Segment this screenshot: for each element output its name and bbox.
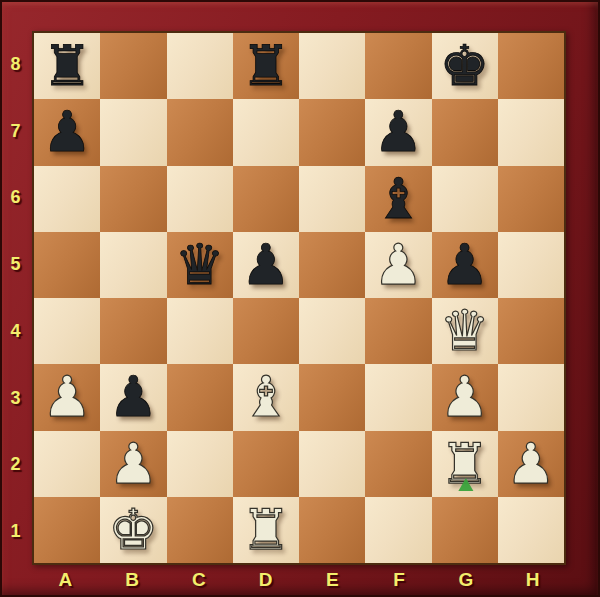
square-e2[interactable]: [299, 431, 365, 497]
square-b6[interactable]: [100, 166, 166, 232]
square-f7[interactable]: ♟: [365, 99, 431, 165]
square-b3[interactable]: ♟: [100, 364, 166, 430]
square-f4[interactable]: [365, 298, 431, 364]
square-e7[interactable]: [299, 99, 365, 165]
square-e4[interactable]: [299, 298, 365, 364]
square-g8[interactable]: ♚: [432, 33, 498, 99]
rank-label-7: 7: [0, 98, 31, 165]
white-king-b1[interactable]: ♚: [100, 499, 166, 561]
square-c7[interactable]: [167, 99, 233, 165]
square-e5[interactable]: [299, 232, 365, 298]
black-pawn-d5[interactable]: ♟: [233, 234, 299, 296]
square-d8[interactable]: ♜: [233, 33, 299, 99]
black-pawn-g5[interactable]: ♟: [432, 234, 498, 296]
square-a4[interactable]: [34, 298, 100, 364]
square-a5[interactable]: [34, 232, 100, 298]
square-a3[interactable]: ♟: [34, 364, 100, 430]
square-h3[interactable]: [498, 364, 564, 430]
square-b1[interactable]: ♚: [100, 497, 166, 563]
square-a7[interactable]: ♟: [34, 99, 100, 165]
white-rook-d1[interactable]: ♜: [233, 499, 299, 561]
square-e1[interactable]: [299, 497, 365, 563]
square-c6[interactable]: [167, 166, 233, 232]
square-h2[interactable]: ♟: [498, 431, 564, 497]
white-pawn-a3[interactable]: ♟: [34, 366, 100, 428]
square-f1[interactable]: [365, 497, 431, 563]
white-queen-g4[interactable]: ♛: [432, 300, 498, 362]
file-label-f: F: [366, 565, 433, 594]
square-g2[interactable]: ♜: [432, 431, 498, 497]
square-h8[interactable]: [498, 33, 564, 99]
white-pawn-b2[interactable]: ♟: [100, 433, 166, 495]
white-pawn-h2[interactable]: ♟: [498, 433, 564, 495]
file-label-d: D: [232, 565, 299, 594]
square-d6[interactable]: [233, 166, 299, 232]
square-d2[interactable]: [233, 431, 299, 497]
file-label-e: E: [299, 565, 366, 594]
square-f5[interactable]: ♟: [365, 232, 431, 298]
rank-label-3: 3: [0, 365, 31, 432]
square-b2[interactable]: ♟: [100, 431, 166, 497]
white-rook-g2[interactable]: ♜: [432, 433, 498, 495]
square-c1[interactable]: [167, 497, 233, 563]
square-h4[interactable]: [498, 298, 564, 364]
square-a6[interactable]: [34, 166, 100, 232]
rank-label-5: 5: [0, 231, 31, 298]
black-rook-d8[interactable]: ♜: [233, 35, 299, 97]
black-queen-c5[interactable]: ♛: [167, 234, 233, 296]
file-label-g: G: [433, 565, 500, 594]
file-label-c: C: [166, 565, 233, 594]
square-c2[interactable]: [167, 431, 233, 497]
square-h6[interactable]: [498, 166, 564, 232]
square-b8[interactable]: [100, 33, 166, 99]
square-g1[interactable]: [432, 497, 498, 563]
rank-label-4: 4: [0, 298, 31, 365]
square-e8[interactable]: [299, 33, 365, 99]
square-d1[interactable]: ♜: [233, 497, 299, 563]
square-c5[interactable]: ♛: [167, 232, 233, 298]
chess-board: ♜♜♚♟♟♝♛♟♟♟♛♟♟♝♟♟♜♟♚♜: [32, 31, 566, 565]
square-f8[interactable]: [365, 33, 431, 99]
square-h1[interactable]: [498, 497, 564, 563]
square-c8[interactable]: [167, 33, 233, 99]
square-a8[interactable]: ♜: [34, 33, 100, 99]
square-d3[interactable]: ♝: [233, 364, 299, 430]
square-f2[interactable]: [365, 431, 431, 497]
white-pawn-g3[interactable]: ♟: [432, 366, 498, 428]
black-rook-a8[interactable]: ♜: [34, 35, 100, 97]
square-a2[interactable]: [34, 431, 100, 497]
rank-label-6: 6: [0, 165, 31, 232]
square-h7[interactable]: [498, 99, 564, 165]
square-d4[interactable]: [233, 298, 299, 364]
board-frame: ♜♜♚♟♟♝♛♟♟♟♛♟♟♝♟♟♜♟♚♜ 87654321 ABCDEFGH: [0, 0, 600, 597]
square-g5[interactable]: ♟: [432, 232, 498, 298]
white-pawn-f5[interactable]: ♟: [365, 234, 431, 296]
rank-label-8: 8: [0, 31, 31, 98]
square-g3[interactable]: ♟: [432, 364, 498, 430]
square-g6[interactable]: [432, 166, 498, 232]
black-pawn-b3[interactable]: ♟: [100, 366, 166, 428]
black-pawn-a7[interactable]: ♟: [34, 101, 100, 163]
square-c3[interactable]: [167, 364, 233, 430]
file-label-a: A: [32, 565, 99, 594]
black-pawn-f7[interactable]: ♟: [365, 101, 431, 163]
rank-label-1: 1: [0, 498, 31, 565]
square-e6[interactable]: [299, 166, 365, 232]
square-a1[interactable]: [34, 497, 100, 563]
file-label-b: B: [99, 565, 166, 594]
black-king-g8[interactable]: ♚: [432, 35, 498, 97]
square-h5[interactable]: [498, 232, 564, 298]
square-c4[interactable]: [167, 298, 233, 364]
square-d7[interactable]: [233, 99, 299, 165]
square-b5[interactable]: [100, 232, 166, 298]
square-f3[interactable]: [365, 364, 431, 430]
white-bishop-d3[interactable]: ♝: [233, 366, 299, 428]
square-e3[interactable]: [299, 364, 365, 430]
square-f6[interactable]: ♝: [365, 166, 431, 232]
square-g4[interactable]: ♛: [432, 298, 498, 364]
rank-label-2: 2: [0, 432, 31, 499]
square-b7[interactable]: [100, 99, 166, 165]
black-bishop-f6[interactable]: ♝: [365, 168, 431, 230]
square-b4[interactable]: [100, 298, 166, 364]
file-label-h: H: [499, 565, 566, 594]
square-g7[interactable]: [432, 99, 498, 165]
square-d5[interactable]: ♟: [233, 232, 299, 298]
